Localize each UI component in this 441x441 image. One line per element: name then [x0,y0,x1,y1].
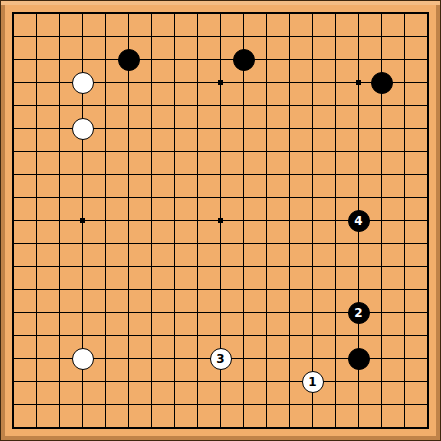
intersection [2,301,25,324]
intersection [278,25,301,48]
intersection [48,255,71,278]
intersection [416,186,439,209]
intersection [370,393,393,416]
intersection [209,163,232,186]
intersection [140,324,163,347]
intersection [255,25,278,48]
intersection [71,393,94,416]
intersection [71,416,94,439]
intersection [301,140,324,163]
intersection [117,71,140,94]
intersection [117,347,140,370]
white-stone [72,348,94,370]
intersection [2,324,25,347]
intersection [255,232,278,255]
intersection [186,370,209,393]
intersection [232,324,255,347]
intersection [117,278,140,301]
intersection [370,117,393,140]
intersection [347,2,370,25]
intersection [324,71,347,94]
intersection [232,278,255,301]
intersection [255,347,278,370]
intersection [25,71,48,94]
intersection [117,117,140,140]
intersection [71,255,94,278]
intersection [140,278,163,301]
intersection [232,347,255,370]
star-point [356,80,361,85]
intersection [232,71,255,94]
intersection [278,232,301,255]
intersection [255,140,278,163]
intersection [186,25,209,48]
intersection [301,255,324,278]
intersection [25,209,48,232]
intersection [301,209,324,232]
intersection [48,94,71,117]
intersection [301,117,324,140]
intersection [232,140,255,163]
intersection [209,186,232,209]
intersection [301,324,324,347]
intersection [278,370,301,393]
intersection: 1 [301,370,324,393]
intersection [186,2,209,25]
intersection [2,209,25,232]
intersection [347,186,370,209]
intersection [163,209,186,232]
intersection [301,416,324,439]
intersection [301,347,324,370]
intersection [209,278,232,301]
intersection [255,94,278,117]
intersection [255,301,278,324]
intersection [209,2,232,25]
intersection [94,2,117,25]
intersection [25,48,48,71]
intersection [2,25,25,48]
intersection [2,140,25,163]
intersection [393,255,416,278]
intersection [209,117,232,140]
intersection [48,393,71,416]
intersection [278,140,301,163]
intersection [370,370,393,393]
intersection [255,209,278,232]
intersection [393,117,416,140]
intersection [2,416,25,439]
intersection [140,347,163,370]
intersection [94,48,117,71]
intersection [255,71,278,94]
intersection [301,278,324,301]
intersection [2,48,25,71]
intersection [25,140,48,163]
intersection [140,140,163,163]
intersection [94,324,117,347]
intersection [393,278,416,301]
intersection [347,94,370,117]
intersection [370,48,393,71]
intersection [370,324,393,347]
intersection [140,71,163,94]
intersection [232,416,255,439]
intersection [416,117,439,140]
intersection [94,393,117,416]
intersection [163,370,186,393]
intersection [71,163,94,186]
intersection: 2 [347,301,370,324]
intersection [232,186,255,209]
intersection [324,278,347,301]
intersection [232,2,255,25]
intersection [416,25,439,48]
intersection [94,140,117,163]
intersection [232,393,255,416]
intersection [163,393,186,416]
intersection [232,94,255,117]
intersection [209,94,232,117]
white-stone [72,72,94,94]
intersection [209,232,232,255]
intersection [25,255,48,278]
intersection [163,416,186,439]
intersection [278,71,301,94]
intersection [163,232,186,255]
intersection [209,48,232,71]
intersection [2,232,25,255]
intersection [163,48,186,71]
intersection [255,416,278,439]
intersection [71,347,94,370]
intersection [324,232,347,255]
intersection [393,393,416,416]
intersection [278,416,301,439]
intersection: 4 [347,209,370,232]
intersection [71,301,94,324]
intersection [48,301,71,324]
intersection [347,347,370,370]
intersection [186,163,209,186]
intersection [48,140,71,163]
intersection [117,48,140,71]
intersection [163,347,186,370]
intersection [71,140,94,163]
intersection [370,163,393,186]
intersection [140,2,163,25]
intersection [301,163,324,186]
intersection [393,48,416,71]
intersection [255,255,278,278]
intersection [416,232,439,255]
intersection [393,186,416,209]
intersection [255,186,278,209]
black-stone [118,49,140,71]
intersection [370,2,393,25]
intersection [140,255,163,278]
intersection [71,25,94,48]
intersection [347,140,370,163]
intersection [25,278,48,301]
intersection [117,393,140,416]
intersection [324,163,347,186]
intersection [255,278,278,301]
intersection [2,370,25,393]
intersection [94,370,117,393]
intersection [370,416,393,439]
intersection [278,347,301,370]
intersection [209,301,232,324]
intersection [163,301,186,324]
intersection [209,25,232,48]
intersection [255,370,278,393]
intersection [71,94,94,117]
intersection [347,163,370,186]
intersection [393,324,416,347]
intersection [278,209,301,232]
intersection [416,71,439,94]
intersection [255,48,278,71]
intersection [94,71,117,94]
intersection [255,117,278,140]
intersection [163,71,186,94]
intersection [301,186,324,209]
intersection [370,186,393,209]
intersection [48,232,71,255]
intersection [2,347,25,370]
intersection [25,416,48,439]
intersection [25,301,48,324]
intersection [2,2,25,25]
intersection [370,25,393,48]
intersection [324,140,347,163]
black-stone-move-4: 4 [348,210,370,232]
intersection [117,163,140,186]
intersection [186,140,209,163]
intersection [94,209,117,232]
intersection: 3 [209,347,232,370]
intersection [163,255,186,278]
intersection [324,117,347,140]
intersection [393,2,416,25]
intersection [209,71,232,94]
intersection [117,186,140,209]
intersection [163,278,186,301]
intersection [71,48,94,71]
intersection [278,2,301,25]
intersection [416,416,439,439]
intersection [278,393,301,416]
intersection [117,324,140,347]
intersection [301,2,324,25]
intersection [324,324,347,347]
intersection [163,117,186,140]
intersection [71,209,94,232]
intersection [232,301,255,324]
intersection [2,117,25,140]
white-stone [72,118,94,140]
intersection [94,117,117,140]
intersection [209,324,232,347]
intersection [140,94,163,117]
intersection [186,301,209,324]
intersection [278,94,301,117]
intersection [48,25,71,48]
intersection [416,2,439,25]
intersection [2,163,25,186]
intersection [416,278,439,301]
intersection [186,186,209,209]
intersection [324,209,347,232]
intersection [140,25,163,48]
intersection [117,2,140,25]
intersection [25,186,48,209]
intersection [393,25,416,48]
goban: 4231 [0,0,441,441]
black-stone [348,348,370,370]
intersection [163,163,186,186]
intersection [94,347,117,370]
intersection [71,186,94,209]
intersection [416,393,439,416]
intersection [232,25,255,48]
intersection [71,324,94,347]
intersection [324,301,347,324]
intersection [186,255,209,278]
intersection [25,324,48,347]
intersection [48,278,71,301]
intersection [94,186,117,209]
intersection [117,209,140,232]
intersection [186,347,209,370]
intersection [301,232,324,255]
intersection [163,324,186,347]
intersection [301,71,324,94]
intersection [255,163,278,186]
intersection [209,255,232,278]
intersection [2,94,25,117]
intersection [232,370,255,393]
intersection [278,117,301,140]
intersection [71,2,94,25]
intersection [48,163,71,186]
intersection [25,94,48,117]
intersection [186,117,209,140]
intersection [347,393,370,416]
intersection [393,94,416,117]
intersection [347,370,370,393]
intersection [232,255,255,278]
intersection [25,347,48,370]
intersection [347,255,370,278]
intersection [370,278,393,301]
intersection [416,163,439,186]
intersection [416,324,439,347]
intersection [416,140,439,163]
intersection [324,370,347,393]
intersection [393,416,416,439]
intersection [186,209,209,232]
intersection [2,71,25,94]
intersection [117,370,140,393]
intersection [140,48,163,71]
star-point [218,80,223,85]
intersection [416,209,439,232]
intersection [140,117,163,140]
intersection [117,416,140,439]
intersection [2,255,25,278]
intersection [117,140,140,163]
intersection [48,416,71,439]
intersection [370,71,393,94]
intersection [48,117,71,140]
intersection [209,416,232,439]
intersection [370,255,393,278]
intersection [25,232,48,255]
intersection [117,255,140,278]
intersection [48,370,71,393]
intersection [94,416,117,439]
intersection [71,278,94,301]
intersection [140,416,163,439]
intersection [324,393,347,416]
intersection [2,278,25,301]
intersection [232,48,255,71]
intersection [324,94,347,117]
intersection [324,347,347,370]
star-point [218,218,223,223]
intersection [94,94,117,117]
intersection [416,370,439,393]
intersection [416,301,439,324]
intersection [186,416,209,439]
intersection [347,232,370,255]
intersection [25,25,48,48]
intersection [186,393,209,416]
intersection [232,232,255,255]
intersection [48,71,71,94]
intersection [370,94,393,117]
intersection [347,324,370,347]
intersection [25,370,48,393]
intersection [94,25,117,48]
intersection [278,301,301,324]
intersection [301,301,324,324]
intersection [278,48,301,71]
intersection [347,71,370,94]
intersection [71,370,94,393]
intersection [48,186,71,209]
intersection [301,48,324,71]
intersection [186,232,209,255]
goban-grid: 4231 [2,2,439,439]
intersection [278,278,301,301]
intersection [324,186,347,209]
intersection [393,209,416,232]
intersection [393,140,416,163]
intersection [416,347,439,370]
intersection [94,301,117,324]
white-stone-move-1: 1 [302,371,324,393]
intersection [48,48,71,71]
intersection [232,117,255,140]
intersection [186,48,209,71]
intersection [140,393,163,416]
black-stone-move-2: 2 [348,302,370,324]
intersection [393,370,416,393]
black-stone [233,49,255,71]
